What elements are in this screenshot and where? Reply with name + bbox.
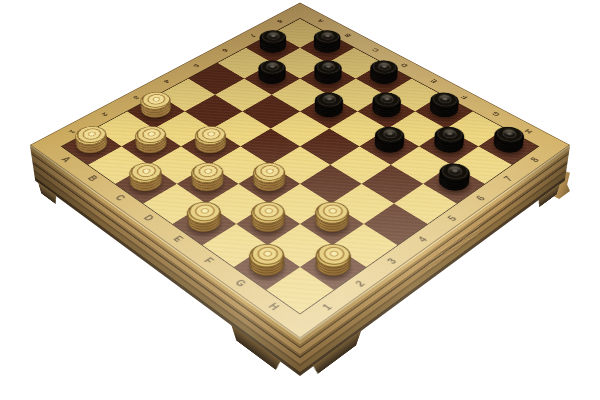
box-foot-west [38, 182, 57, 205]
board-top-face: ABCDEFGH ABCDEFGH 87654321 87654321 [30, 3, 570, 339]
box-foot-south [231, 324, 281, 373]
box-foot-south-right [313, 330, 362, 378]
product-photo-canvas: ABCDEFGH ABCDEFGH 87654321 87654321 [0, 0, 600, 400]
